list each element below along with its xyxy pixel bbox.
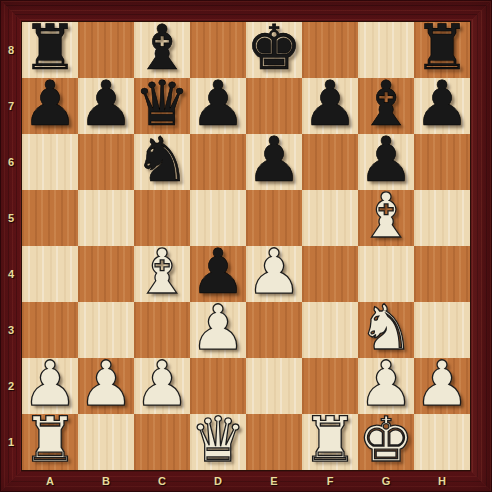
square-c6[interactable]: ♞ bbox=[134, 134, 190, 190]
piece-white-pawn-d3[interactable]: ♟ bbox=[190, 300, 246, 356]
square-h6[interactable] bbox=[414, 134, 470, 190]
piece-black-pawn-h7[interactable]: ♟ bbox=[414, 76, 470, 132]
square-h1[interactable] bbox=[414, 414, 470, 470]
rank-label-6: 6 bbox=[8, 156, 14, 168]
square-e1[interactable] bbox=[246, 414, 302, 470]
square-h4[interactable] bbox=[414, 246, 470, 302]
piece-white-rook-f1[interactable]: ♜ bbox=[302, 412, 358, 468]
file-label-b: B bbox=[102, 475, 110, 487]
piece-white-bishop-c4[interactable]: ♝ bbox=[134, 244, 190, 300]
rank-label-5: 5 bbox=[8, 212, 14, 224]
rank-label-1: 1 bbox=[8, 436, 14, 448]
file-label-a: A bbox=[46, 475, 54, 487]
piece-black-pawn-b7[interactable]: ♟ bbox=[78, 76, 134, 132]
file-label-g: G bbox=[382, 475, 391, 487]
piece-black-pawn-e6[interactable]: ♟ bbox=[246, 132, 302, 188]
square-g5[interactable]: ♝ bbox=[358, 190, 414, 246]
square-f3[interactable] bbox=[302, 302, 358, 358]
piece-white-pawn-c2[interactable]: ♟ bbox=[134, 356, 190, 412]
square-d1[interactable]: ♛ bbox=[190, 414, 246, 470]
square-e6[interactable]: ♟ bbox=[246, 134, 302, 190]
square-f1[interactable]: ♜ bbox=[302, 414, 358, 470]
square-f4[interactable] bbox=[302, 246, 358, 302]
file-label-f: F bbox=[327, 475, 334, 487]
square-b1[interactable] bbox=[78, 414, 134, 470]
square-e2[interactable] bbox=[246, 358, 302, 414]
square-e8[interactable]: ♚ bbox=[246, 22, 302, 78]
square-e3[interactable] bbox=[246, 302, 302, 358]
piece-white-pawn-h2[interactable]: ♟ bbox=[414, 356, 470, 412]
square-b7[interactable]: ♟ bbox=[78, 78, 134, 134]
rank-label-7: 7 bbox=[8, 100, 14, 112]
file-label-c: C bbox=[158, 475, 166, 487]
board: ♜♝♚♜♟♟♛♟♟♝♟♞♟♟♝♝♟♟♟♞♟♟♟♟♟♜♛♜♚ bbox=[22, 22, 470, 470]
piece-white-pawn-b2[interactable]: ♟ bbox=[78, 356, 134, 412]
piece-black-king-e8[interactable]: ♚ bbox=[246, 20, 302, 76]
square-c1[interactable] bbox=[134, 414, 190, 470]
piece-black-pawn-a7[interactable]: ♟ bbox=[22, 76, 78, 132]
piece-white-king-g1[interactable]: ♚ bbox=[358, 412, 414, 468]
square-c4[interactable]: ♝ bbox=[134, 246, 190, 302]
rank-label-2: 2 bbox=[8, 380, 14, 392]
square-d3[interactable]: ♟ bbox=[190, 302, 246, 358]
square-h2[interactable]: ♟ bbox=[414, 358, 470, 414]
piece-white-queen-d1[interactable]: ♛ bbox=[190, 412, 246, 468]
square-f7[interactable]: ♟ bbox=[302, 78, 358, 134]
square-g1[interactable]: ♚ bbox=[358, 414, 414, 470]
square-c2[interactable]: ♟ bbox=[134, 358, 190, 414]
rank-label-3: 3 bbox=[8, 324, 14, 336]
square-b6[interactable] bbox=[78, 134, 134, 190]
square-a4[interactable] bbox=[22, 246, 78, 302]
square-a5[interactable] bbox=[22, 190, 78, 246]
piece-black-pawn-f7[interactable]: ♟ bbox=[302, 76, 358, 132]
chess-board-window: 87654321 ABCDEFGH ♜♝♚♜♟♟♛♟♟♝♟♞♟♟♝♝♟♟♟♞♟♟… bbox=[0, 0, 492, 492]
square-b5[interactable] bbox=[78, 190, 134, 246]
square-b4[interactable] bbox=[78, 246, 134, 302]
square-b2[interactable]: ♟ bbox=[78, 358, 134, 414]
file-label-e: E bbox=[270, 475, 277, 487]
file-label-h: H bbox=[438, 475, 446, 487]
square-a6[interactable] bbox=[22, 134, 78, 190]
file-labels: ABCDEFGH bbox=[22, 470, 470, 492]
square-d6[interactable] bbox=[190, 134, 246, 190]
piece-white-pawn-e4[interactable]: ♟ bbox=[246, 244, 302, 300]
piece-black-knight-c6[interactable]: ♞ bbox=[134, 132, 190, 188]
square-h7[interactable]: ♟ bbox=[414, 78, 470, 134]
square-f6[interactable] bbox=[302, 134, 358, 190]
square-e4[interactable]: ♟ bbox=[246, 246, 302, 302]
rank-label-4: 4 bbox=[8, 268, 14, 280]
square-h5[interactable] bbox=[414, 190, 470, 246]
piece-white-rook-a1[interactable]: ♜ bbox=[22, 412, 78, 468]
file-label-d: D bbox=[214, 475, 222, 487]
square-a7[interactable]: ♟ bbox=[22, 78, 78, 134]
piece-white-bishop-g5[interactable]: ♝ bbox=[358, 188, 414, 244]
square-a1[interactable]: ♜ bbox=[22, 414, 78, 470]
square-f5[interactable] bbox=[302, 190, 358, 246]
rank-labels: 87654321 bbox=[0, 22, 22, 470]
square-d7[interactable]: ♟ bbox=[190, 78, 246, 134]
rank-label-8: 8 bbox=[8, 44, 14, 56]
piece-black-pawn-d7[interactable]: ♟ bbox=[190, 76, 246, 132]
